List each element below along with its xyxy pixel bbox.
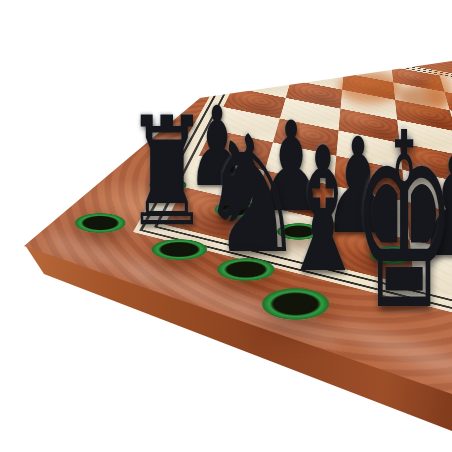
piece-black-king-d1: ♚ <box>296 309 452 343</box>
pieces-layer: ♟ ♟ ♜ ♟ ♞ ♟ ♝ ♚ <box>0 0 452 452</box>
felt-pad <box>262 288 330 319</box>
black-rook-glyph: ♜ <box>125 97 208 247</box>
chessboard-photo: ♟ ♟ ♜ ♟ ♞ ♟ ♝ ♚ <box>0 0 452 452</box>
black-king-glyph: ♚ <box>352 101 452 343</box>
felt-pad <box>74 213 125 233</box>
felt-pad <box>217 258 275 280</box>
